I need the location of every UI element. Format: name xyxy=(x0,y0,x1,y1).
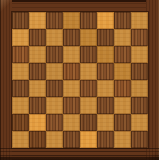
square-g1[interactable] xyxy=(114,131,131,148)
square-h7[interactable] xyxy=(131,29,148,46)
square-e8[interactable] xyxy=(80,12,97,29)
square-d5[interactable] xyxy=(63,63,80,80)
square-f4[interactable] xyxy=(97,80,114,97)
square-h2[interactable] xyxy=(131,114,148,131)
square-b8[interactable] xyxy=(29,12,46,29)
square-b1[interactable] xyxy=(29,131,46,148)
square-g5[interactable] xyxy=(114,63,131,80)
board-grid xyxy=(12,12,148,148)
square-h3[interactable] xyxy=(131,97,148,114)
square-e2[interactable] xyxy=(80,114,97,131)
square-f1[interactable] xyxy=(97,131,114,148)
square-c3[interactable] xyxy=(46,97,63,114)
square-c8[interactable] xyxy=(46,12,63,29)
square-c4[interactable] xyxy=(46,80,63,97)
square-b7[interactable] xyxy=(29,29,46,46)
square-f7[interactable] xyxy=(97,29,114,46)
square-h1[interactable] xyxy=(131,131,148,148)
square-c7[interactable] xyxy=(46,29,63,46)
square-d6[interactable] xyxy=(63,46,80,63)
square-g8[interactable] xyxy=(114,12,131,29)
square-e7[interactable] xyxy=(80,29,97,46)
square-a4[interactable] xyxy=(12,80,29,97)
square-f3[interactable] xyxy=(97,97,114,114)
square-e5[interactable] xyxy=(80,63,97,80)
square-a6[interactable] xyxy=(12,46,29,63)
square-c5[interactable] xyxy=(46,63,63,80)
square-a8[interactable] xyxy=(12,12,29,29)
square-g6[interactable] xyxy=(114,46,131,63)
square-g3[interactable] xyxy=(114,97,131,114)
square-a7[interactable] xyxy=(12,29,29,46)
square-a1[interactable] xyxy=(12,131,29,148)
square-b5[interactable] xyxy=(29,63,46,80)
square-g7[interactable] xyxy=(114,29,131,46)
square-d8[interactable] xyxy=(63,12,80,29)
square-a5[interactable] xyxy=(12,63,29,80)
square-c1[interactable] xyxy=(46,131,63,148)
square-b4[interactable] xyxy=(29,80,46,97)
square-f8[interactable] xyxy=(97,12,114,29)
square-h4[interactable] xyxy=(131,80,148,97)
square-g2[interactable] xyxy=(114,114,131,131)
board-frame-bottom-edge xyxy=(0,148,159,160)
square-d7[interactable] xyxy=(63,29,80,46)
square-d4[interactable] xyxy=(63,80,80,97)
square-e3[interactable] xyxy=(80,97,97,114)
square-d1[interactable] xyxy=(63,131,80,148)
square-f2[interactable] xyxy=(97,114,114,131)
square-a2[interactable] xyxy=(12,114,29,131)
square-b3[interactable] xyxy=(29,97,46,114)
square-c6[interactable] xyxy=(46,46,63,63)
square-f5[interactable] xyxy=(97,63,114,80)
square-d3[interactable] xyxy=(63,97,80,114)
square-g4[interactable] xyxy=(114,80,131,97)
square-h5[interactable] xyxy=(131,63,148,80)
square-b6[interactable] xyxy=(29,46,46,63)
square-e4[interactable] xyxy=(80,80,97,97)
chessboard xyxy=(0,0,159,160)
board-frame-left xyxy=(0,0,12,160)
square-h8[interactable] xyxy=(131,12,148,29)
square-d2[interactable] xyxy=(63,114,80,131)
square-b2[interactable] xyxy=(29,114,46,131)
square-f6[interactable] xyxy=(97,46,114,63)
square-e6[interactable] xyxy=(80,46,97,63)
square-e1[interactable] xyxy=(80,131,97,148)
square-h6[interactable] xyxy=(131,46,148,63)
square-a3[interactable] xyxy=(12,97,29,114)
square-c2[interactable] xyxy=(46,114,63,131)
